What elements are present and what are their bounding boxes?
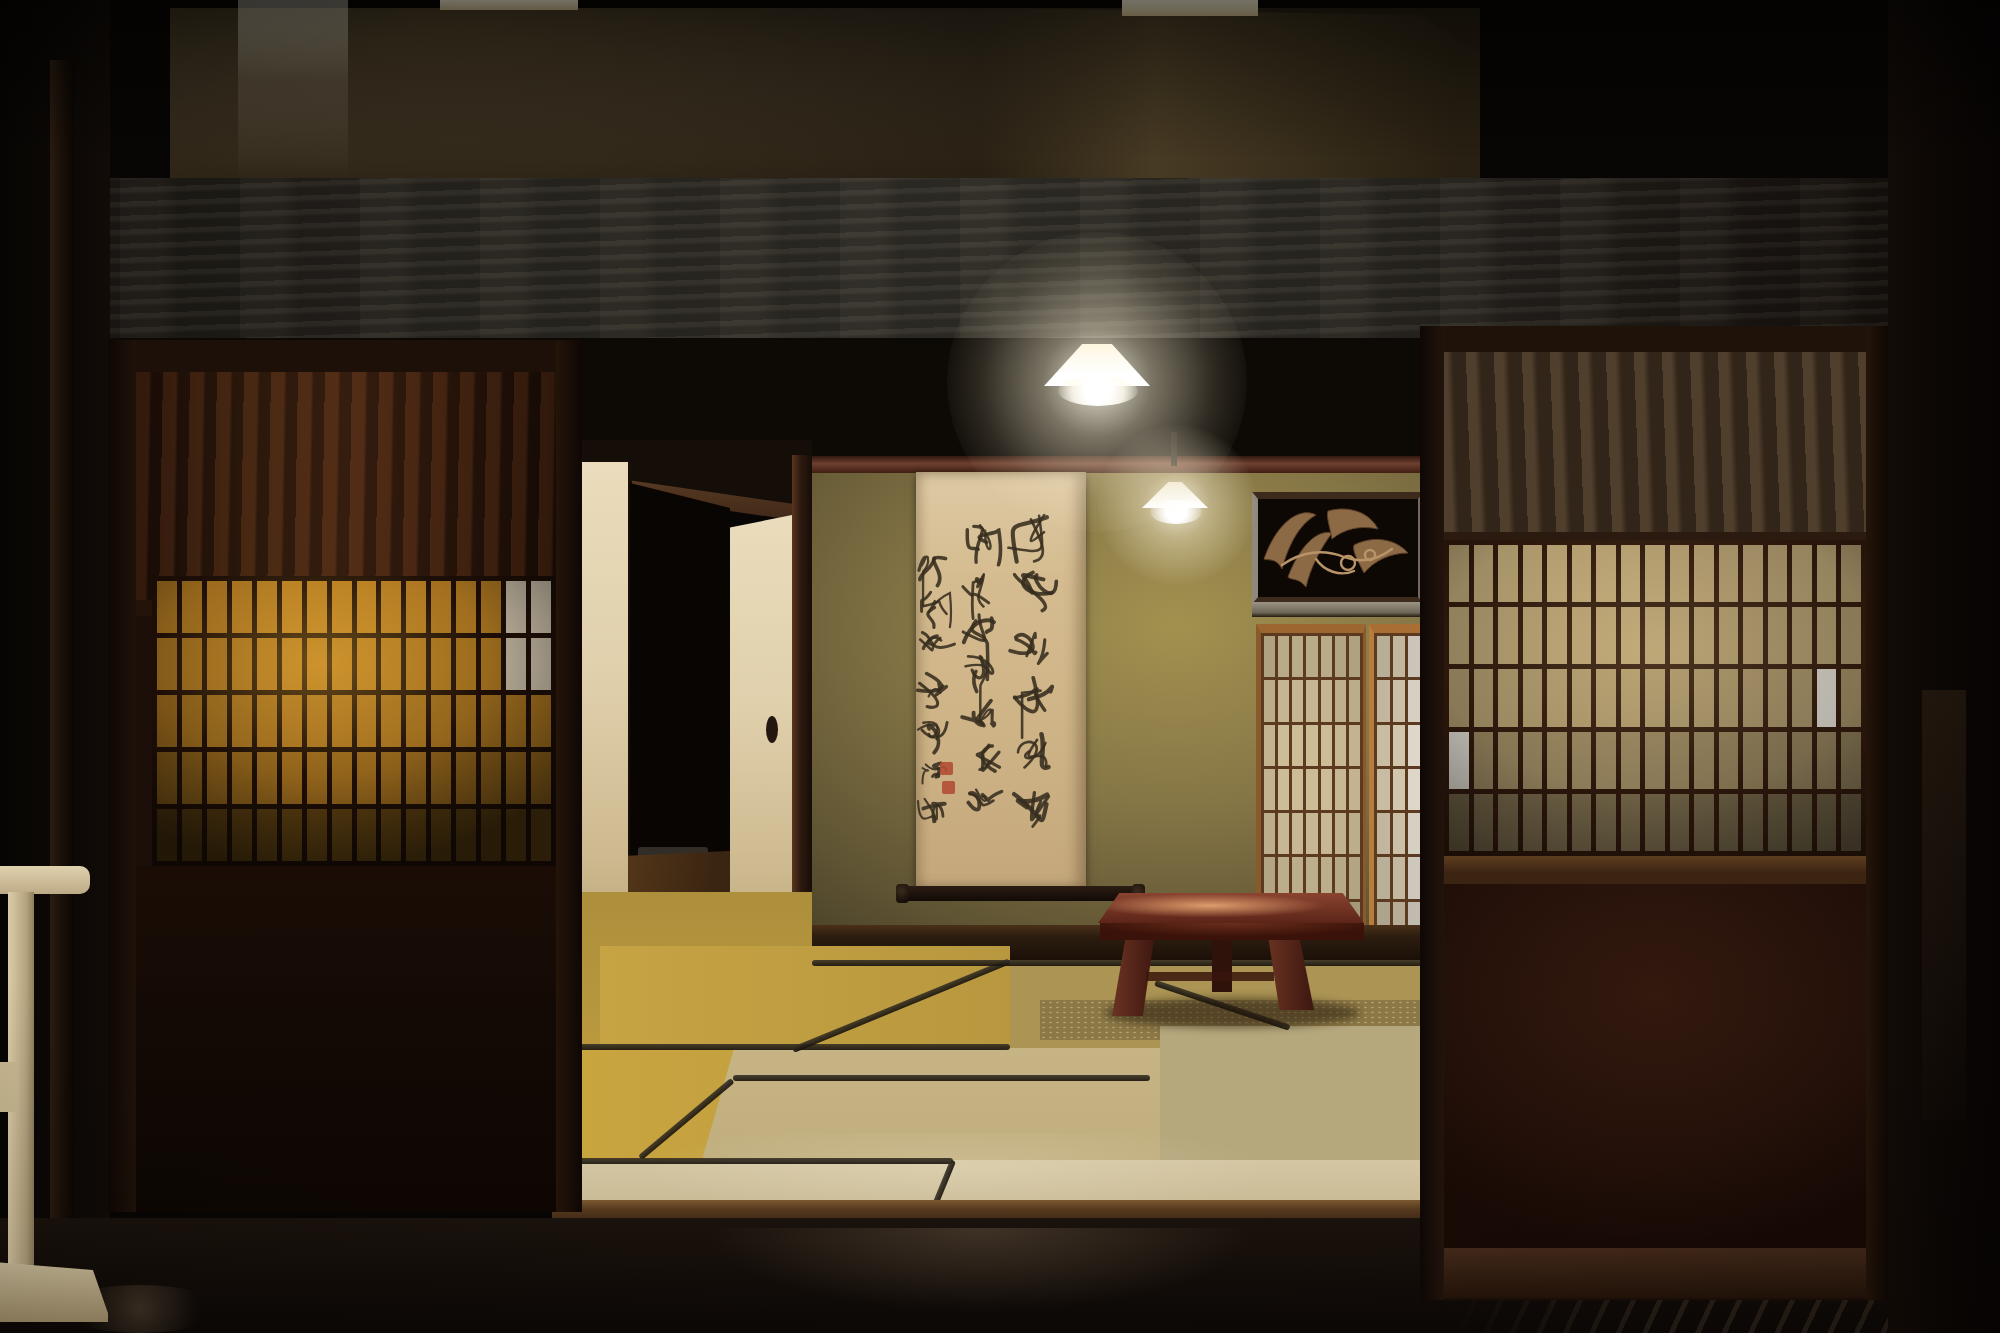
shoji-pane xyxy=(506,695,526,747)
shoji-pane xyxy=(506,752,526,804)
shoji-pane xyxy=(1335,813,1346,854)
shoji-pane xyxy=(157,695,177,747)
lamp-bulb-glow xyxy=(1150,500,1202,524)
shoji-pane xyxy=(1335,680,1346,721)
shoji-pane xyxy=(257,809,277,861)
shoji-pane xyxy=(182,581,202,633)
shoji-pane xyxy=(1817,669,1837,726)
shoji-pane xyxy=(1841,732,1861,789)
shoji-pane xyxy=(257,581,277,633)
shoji-pane xyxy=(1694,732,1714,789)
shoji-pane xyxy=(1645,669,1665,726)
door-rail xyxy=(1444,1248,1866,1298)
tan-shoji-lattice xyxy=(1444,540,1866,856)
shoji-pane xyxy=(1817,732,1837,789)
shoji-pane xyxy=(357,752,377,804)
shoji-pane xyxy=(207,752,227,804)
shoji-pane xyxy=(1670,794,1690,851)
scroll-calligraphy xyxy=(916,472,1086,888)
shoji-pane xyxy=(207,638,227,690)
shoji-pane xyxy=(1670,607,1690,664)
roof-light-gap xyxy=(1122,0,1258,16)
shoji-pane xyxy=(232,752,252,804)
shoji-pane xyxy=(1621,794,1641,851)
shoji-pane xyxy=(1377,680,1390,721)
shoji-pane xyxy=(1792,732,1812,789)
shoji-pane xyxy=(182,752,202,804)
shoji-pane xyxy=(1393,636,1406,677)
shoji-pane xyxy=(381,581,401,633)
ceiling-beam xyxy=(0,178,2000,350)
shoji-pane xyxy=(1621,545,1641,602)
shoji-pane xyxy=(1841,669,1861,726)
shoji-pane xyxy=(207,809,227,861)
ranma-sill xyxy=(1252,602,1424,617)
shoji-pane xyxy=(257,752,277,804)
leaf-carving xyxy=(1258,499,1418,597)
shoji-pane xyxy=(1349,725,1360,766)
floor-reflection xyxy=(600,1228,1360,1333)
shoji-pane xyxy=(1306,725,1317,766)
door-rail xyxy=(1444,532,1866,540)
shoji-pane xyxy=(456,752,476,804)
shoji-pane xyxy=(307,695,327,747)
tatami-seam xyxy=(563,1044,1010,1050)
shoji-pane xyxy=(1743,669,1763,726)
shoji-pane xyxy=(207,581,227,633)
shoji-pane xyxy=(456,809,476,861)
shoji-pane xyxy=(481,581,501,633)
shoji-pane xyxy=(332,638,352,690)
shoji-pane xyxy=(1349,813,1360,854)
shoji-pane xyxy=(1572,794,1592,851)
shoji-pane xyxy=(1670,545,1690,602)
shoji-pane xyxy=(1743,732,1763,789)
shoji-pane xyxy=(1768,607,1788,664)
shoji-pane xyxy=(431,695,451,747)
wood-grain xyxy=(136,372,556,600)
left-wall-post xyxy=(50,60,74,1300)
shoji-pane xyxy=(332,581,352,633)
shoji-pane xyxy=(1264,725,1275,766)
shoji-pane xyxy=(381,809,401,861)
door-stile xyxy=(556,340,582,1212)
shoji-pane xyxy=(481,695,501,747)
shoji-pane xyxy=(307,581,327,633)
shoji-pane xyxy=(1393,725,1406,766)
door-wood-panel xyxy=(1444,352,1866,532)
shoji-pane xyxy=(157,638,177,690)
shoji-pane xyxy=(481,752,501,804)
shoji-pane xyxy=(307,752,327,804)
door-wood-panel xyxy=(136,372,556,600)
shoji-pane xyxy=(157,752,177,804)
shoji-pane xyxy=(1278,680,1289,721)
shoji-pane xyxy=(1335,636,1346,677)
left-sliding-door xyxy=(108,340,582,1212)
door-stile xyxy=(1866,326,1890,1300)
shoji-pane xyxy=(1792,669,1812,726)
shoji-pane xyxy=(406,752,426,804)
shoji-pane xyxy=(232,695,252,747)
shoji-pane xyxy=(1596,545,1616,602)
right-sliding-door xyxy=(1420,326,1890,1300)
shoji-pane xyxy=(257,638,277,690)
shoji-pane xyxy=(506,581,526,633)
shoji-pane xyxy=(1547,669,1567,726)
shoji-pane xyxy=(1292,680,1303,721)
shoji-pane xyxy=(1817,794,1837,851)
shoji-pane xyxy=(431,581,451,633)
shoji-pane xyxy=(1306,769,1317,810)
shoji-pane xyxy=(357,638,377,690)
shoji-pane xyxy=(357,809,377,861)
shoji-pane xyxy=(1449,794,1469,851)
shoji-pane xyxy=(1278,636,1289,677)
shoji-pane xyxy=(1694,607,1714,664)
table-leg xyxy=(1212,932,1232,992)
shoji-pane xyxy=(406,695,426,747)
shoji-pane xyxy=(1321,636,1332,677)
shoji-pane xyxy=(1306,813,1317,854)
shoji-pane xyxy=(1523,545,1543,602)
shoji-pane xyxy=(1743,545,1763,602)
shoji-pane xyxy=(1377,769,1390,810)
light-shaft xyxy=(238,0,348,200)
shoji-pane xyxy=(1474,732,1494,789)
shoji-pane xyxy=(1474,545,1494,602)
shoji-pane xyxy=(1670,732,1690,789)
shoji-pane xyxy=(182,638,202,690)
tatami-seam xyxy=(733,1075,1150,1081)
seal-stamp xyxy=(942,781,955,794)
shoji-pane xyxy=(1474,607,1494,664)
shoji-pane xyxy=(1523,732,1543,789)
shoji-pane xyxy=(431,752,451,804)
shoji-pane xyxy=(1292,725,1303,766)
table-stretcher xyxy=(1146,972,1274,981)
photo-stage xyxy=(0,0,2000,1333)
shoji-pane xyxy=(1621,732,1641,789)
shoji-pane xyxy=(1547,545,1567,602)
shoji-pane xyxy=(506,809,526,861)
shoji-pane xyxy=(531,638,551,690)
shoji-pane xyxy=(182,809,202,861)
shoji-pane xyxy=(456,581,476,633)
shoji-pane xyxy=(1817,607,1837,664)
lamp-cord xyxy=(1171,432,1177,466)
shoji-pane xyxy=(332,752,352,804)
shoji-pane xyxy=(1306,636,1317,677)
shoji-pane xyxy=(1572,545,1592,602)
shoji-pane xyxy=(157,809,177,861)
shoji-pane xyxy=(1377,636,1390,677)
shoji-pane xyxy=(406,581,426,633)
shoji-pane xyxy=(1377,725,1390,766)
low-table xyxy=(1098,893,1364,923)
shoji-pane xyxy=(257,695,277,747)
shoji-pane xyxy=(1321,769,1332,810)
shoji-pane xyxy=(1743,607,1763,664)
table-gloss xyxy=(1098,893,1364,923)
shoji-pane xyxy=(1621,607,1641,664)
shoji-pane xyxy=(1523,794,1543,851)
shoji-pane xyxy=(531,581,551,633)
shoji-pane xyxy=(1449,545,1469,602)
shoji-pane xyxy=(1719,545,1739,602)
railing-crossbar xyxy=(0,1062,16,1112)
shoji-pane xyxy=(406,638,426,690)
shoji-pane xyxy=(1572,669,1592,726)
shoji-pane xyxy=(1596,607,1616,664)
seal-stamp xyxy=(940,762,953,775)
shoji-pane xyxy=(357,581,377,633)
shoji-pane xyxy=(1321,813,1332,854)
shoji-pane xyxy=(1393,769,1406,810)
shoji-pane xyxy=(1596,732,1616,789)
shoji-pane xyxy=(1768,732,1788,789)
shoji-pane xyxy=(1841,794,1861,851)
shoji-pane xyxy=(1474,669,1494,726)
fusuma-panel-right xyxy=(730,515,792,935)
shoji-pane xyxy=(282,638,302,690)
shoji-pane xyxy=(1694,669,1714,726)
shoji-pane xyxy=(1393,680,1406,721)
back-header-rail xyxy=(808,456,1430,473)
shoji-pane xyxy=(456,638,476,690)
shoji-pane xyxy=(1719,794,1739,851)
door-rail xyxy=(1444,326,1866,352)
shoji-pane xyxy=(1547,794,1567,851)
shoji-pane xyxy=(1694,545,1714,602)
wall-light-streak xyxy=(1922,690,1966,1120)
shoji-pane xyxy=(1321,725,1332,766)
shoji-pane xyxy=(531,752,551,804)
tatami-seam xyxy=(565,1158,953,1164)
shoji-pane xyxy=(1349,769,1360,810)
ranma-carved-transom xyxy=(1252,492,1424,604)
shoji-pane xyxy=(1349,680,1360,721)
shoji-pane xyxy=(1768,669,1788,726)
door-stile xyxy=(108,340,136,1212)
shoji-pane xyxy=(1719,607,1739,664)
shoji-pane xyxy=(1792,794,1812,851)
door-stile xyxy=(1420,326,1444,1300)
door-lower-panel xyxy=(1444,884,1866,1248)
shoji-pane xyxy=(1768,794,1788,851)
lamp-bulb-glow xyxy=(1058,376,1138,406)
shoji-pane xyxy=(1523,607,1543,664)
shoji-pane xyxy=(207,695,227,747)
amber-shoji-lattice xyxy=(152,576,556,866)
fusuma-door-pull xyxy=(766,716,778,743)
shoji-pane xyxy=(282,752,302,804)
floor-sheen xyxy=(642,1133,1342,1205)
shoji-pane xyxy=(1449,607,1469,664)
shoji-pane xyxy=(506,638,526,690)
shoji-pane xyxy=(1449,732,1469,789)
shoji-pane xyxy=(282,581,302,633)
shoji-pane xyxy=(1292,769,1303,810)
shoji-pane xyxy=(1498,607,1518,664)
shoji-pane xyxy=(232,581,252,633)
shoji-pane xyxy=(1393,813,1406,854)
shoji-pane xyxy=(1377,813,1390,854)
shoji-pane xyxy=(1264,680,1275,721)
shoji-pane xyxy=(1335,769,1346,810)
shoji-pane xyxy=(406,809,426,861)
shoji-pane xyxy=(1264,813,1275,854)
shoji-pane xyxy=(282,695,302,747)
shoji-pane xyxy=(431,638,451,690)
shoji-pane xyxy=(332,809,352,861)
shoji-pane xyxy=(1449,669,1469,726)
shoji-pane xyxy=(456,695,476,747)
shoji-pane xyxy=(1670,669,1690,726)
shoji-pane xyxy=(1572,732,1592,789)
shoji-pane xyxy=(381,695,401,747)
shoji-pane xyxy=(531,695,551,747)
wood-grain xyxy=(1444,352,1866,532)
upper-plaster-wall-right xyxy=(980,8,1480,178)
shoji-pane xyxy=(481,638,501,690)
door-lower-panel xyxy=(136,866,556,1212)
shoji-pane xyxy=(232,638,252,690)
shoji-pane xyxy=(1264,769,1275,810)
shoji-pane xyxy=(1596,669,1616,726)
shoji-pane xyxy=(1792,607,1812,664)
shoji-pane xyxy=(1474,794,1494,851)
shoji-pane xyxy=(232,809,252,861)
shoji-pane xyxy=(1621,669,1641,726)
railing-handrail xyxy=(0,866,90,894)
shoji-pane xyxy=(1278,769,1289,810)
roof-light-gap xyxy=(440,0,578,10)
shoji-pane xyxy=(1596,794,1616,851)
shoji-pane xyxy=(1523,669,1543,726)
shoji-pane xyxy=(1498,732,1518,789)
shoji-pane xyxy=(1645,794,1665,851)
shoji-pane xyxy=(531,809,551,861)
shoji-pane xyxy=(1841,545,1861,602)
shoji-pane xyxy=(1498,669,1518,726)
shoji-pane xyxy=(157,581,177,633)
shoji-pane xyxy=(1306,680,1317,721)
shoji-pane xyxy=(1645,732,1665,789)
shoji-pane xyxy=(1645,607,1665,664)
shoji-pane xyxy=(381,638,401,690)
shoji-pane xyxy=(357,695,377,747)
shoji-pane xyxy=(332,695,352,747)
shoji-pane xyxy=(1719,732,1739,789)
shoji-pane xyxy=(1321,680,1332,721)
shoji-pane xyxy=(1743,794,1763,851)
shoji-pane xyxy=(1278,813,1289,854)
shoji-pane xyxy=(1841,607,1861,664)
shoji-pane xyxy=(1694,794,1714,851)
shoji-pane xyxy=(481,809,501,861)
shoji-pane xyxy=(1792,545,1812,602)
shoji-pane xyxy=(1498,545,1518,602)
shoji-pane xyxy=(307,809,327,861)
shoji-pane xyxy=(1264,636,1275,677)
shoji-pane xyxy=(1278,725,1289,766)
shoji-pane xyxy=(1719,669,1739,726)
shoji-pane xyxy=(1292,636,1303,677)
table-apron xyxy=(1100,923,1364,940)
shoji-pane xyxy=(1547,607,1567,664)
shoji-pane xyxy=(1768,545,1788,602)
door-rail xyxy=(136,340,556,372)
shoji-pane xyxy=(1335,725,1346,766)
shoji-pane xyxy=(282,809,302,861)
shoji-pane xyxy=(431,809,451,861)
shoji-pane xyxy=(182,695,202,747)
shoji-pane xyxy=(1292,813,1303,854)
door-rail xyxy=(1444,856,1866,884)
shoji-pane xyxy=(1349,636,1360,677)
shoji-pane xyxy=(307,638,327,690)
shoji-pane xyxy=(1817,545,1837,602)
shoji-pane xyxy=(381,752,401,804)
right-dark-wall xyxy=(1888,0,2000,1333)
shoji-pane xyxy=(1645,545,1665,602)
shoji-pane xyxy=(1572,607,1592,664)
shoji-pane xyxy=(1498,794,1518,851)
shoji-pane xyxy=(1547,732,1567,789)
